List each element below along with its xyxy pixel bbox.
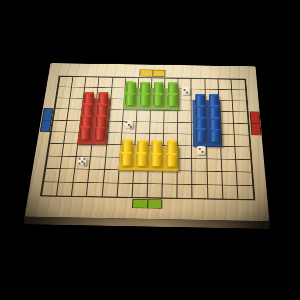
grid-cell[interactable] <box>235 135 250 147</box>
grid-cell[interactable] <box>220 135 235 147</box>
grid-cell[interactable] <box>220 123 235 135</box>
die[interactable] <box>125 120 133 128</box>
grid-cell[interactable] <box>59 169 75 182</box>
grid-cell[interactable] <box>137 110 151 122</box>
grid-cell[interactable] <box>223 185 239 199</box>
grid-cell[interactable] <box>151 111 165 123</box>
grid-cell[interactable] <box>103 170 119 183</box>
grid-cell[interactable] <box>108 121 123 133</box>
grid-cell[interactable] <box>117 183 133 197</box>
marker-divider <box>42 120 50 121</box>
pawn-green[interactable] <box>153 93 163 106</box>
grid-cell[interactable] <box>193 185 208 199</box>
pawn-red[interactable] <box>94 127 105 140</box>
pawn-blue[interactable] <box>210 129 221 142</box>
die-pip <box>186 92 188 94</box>
grid-cell[interactable] <box>192 79 205 90</box>
grid-cell[interactable] <box>99 78 113 89</box>
pawn-blue[interactable] <box>195 128 206 141</box>
pawn-yellow[interactable] <box>121 152 132 166</box>
edge-marker-red[interactable] <box>249 112 261 136</box>
die-pip <box>83 158 85 160</box>
grid-cell[interactable] <box>178 134 192 146</box>
pawn-red[interactable] <box>80 127 90 140</box>
grid-cell[interactable] <box>237 172 253 185</box>
grid-cell[interactable] <box>221 159 236 172</box>
grid-cell[interactable] <box>234 123 249 135</box>
grid-cell[interactable] <box>205 79 219 90</box>
grid-cell[interactable] <box>163 171 178 184</box>
grid-cell[interactable] <box>237 185 253 199</box>
game-board <box>25 63 270 221</box>
grid-cell[interactable] <box>218 79 232 90</box>
grid-cell[interactable] <box>150 122 164 134</box>
grid-cell[interactable] <box>219 112 233 124</box>
grid-cell[interactable] <box>193 171 208 184</box>
grid-cell[interactable] <box>232 90 246 101</box>
grid-cell[interactable] <box>91 145 107 158</box>
grid-cell[interactable] <box>62 144 78 157</box>
pawn-green[interactable] <box>139 93 149 106</box>
grid-cell[interactable] <box>148 171 163 184</box>
grid-cell[interactable] <box>57 182 74 196</box>
marker-divider <box>251 123 259 124</box>
board-scene <box>0 0 300 300</box>
grid-cell[interactable] <box>178 171 193 184</box>
grid-cell[interactable] <box>61 157 77 170</box>
grid-cell[interactable] <box>164 122 178 134</box>
grid-cell[interactable] <box>208 185 223 199</box>
grid-cell[interactable] <box>207 147 222 160</box>
grid-cell[interactable] <box>178 146 192 159</box>
grid-cell[interactable] <box>231 80 245 91</box>
grid-cell[interactable] <box>221 147 236 160</box>
grid-cell[interactable] <box>178 123 192 135</box>
edge-marker-green[interactable] <box>131 199 162 209</box>
grid-cell[interactable] <box>118 170 134 183</box>
pawn-yellow[interactable] <box>136 152 147 166</box>
die-pip <box>130 126 132 128</box>
die[interactable] <box>196 146 205 155</box>
grid-cell[interactable] <box>219 101 233 112</box>
grid-cell[interactable] <box>107 133 122 145</box>
grid-cell[interactable] <box>90 157 106 170</box>
pawn-yellow[interactable] <box>166 153 177 167</box>
pawn-green[interactable] <box>167 93 177 106</box>
grid-cell[interactable] <box>178 100 192 111</box>
grid-cell[interactable] <box>192 159 207 172</box>
grid-cell[interactable] <box>207 172 222 185</box>
pawn-green[interactable] <box>125 93 135 106</box>
grid-cell[interactable] <box>72 182 88 196</box>
grid-cell[interactable] <box>102 183 118 197</box>
board-front-edge <box>24 217 271 229</box>
grid-cell[interactable] <box>74 169 90 182</box>
die-pip <box>198 148 200 150</box>
grid-cell[interactable] <box>85 77 99 88</box>
grid-cell[interactable] <box>235 147 250 160</box>
grid-cell[interactable] <box>136 122 151 134</box>
die-pip <box>83 162 85 164</box>
grid-cell[interactable] <box>87 183 103 197</box>
grid-cell[interactable] <box>89 170 105 183</box>
marker-divider <box>152 70 153 76</box>
grid-cell[interactable] <box>164 111 178 123</box>
die[interactable] <box>182 87 190 95</box>
grid-cell[interactable] <box>233 112 248 124</box>
grid-cell[interactable] <box>133 170 148 183</box>
marker-divider <box>147 200 148 208</box>
grid-cell[interactable] <box>207 159 222 172</box>
grid-cell[interactable] <box>148 184 163 198</box>
grid-cell[interactable] <box>178 184 193 198</box>
die-pip <box>183 89 185 91</box>
photo-background <box>0 0 300 300</box>
die[interactable] <box>78 157 87 166</box>
edge-marker-yellow[interactable] <box>139 70 166 77</box>
grid-cell[interactable] <box>219 90 233 101</box>
grid-cell[interactable] <box>233 101 247 112</box>
grid-cell[interactable] <box>109 110 124 122</box>
grid-cell[interactable] <box>236 160 251 173</box>
grid-cell[interactable] <box>178 159 193 172</box>
grid-cell[interactable] <box>77 144 93 157</box>
grid-cell[interactable] <box>178 111 192 123</box>
die-pip <box>201 151 203 153</box>
grid-cell[interactable] <box>222 172 237 185</box>
grid-cell[interactable] <box>163 184 178 198</box>
pawn-yellow[interactable] <box>151 153 162 167</box>
grid-cell[interactable] <box>132 183 148 197</box>
die-pip <box>79 162 81 164</box>
